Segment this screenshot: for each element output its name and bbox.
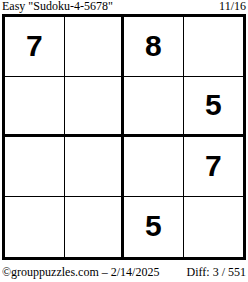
cell-r4c3-given[interactable]: 5 xyxy=(124,197,184,257)
copyright-text: ©grouppuzzles.com – 2/14/2025 xyxy=(2,266,159,279)
cell-r3c3-empty[interactable] xyxy=(124,137,184,197)
cell-r1c2-empty[interactable] xyxy=(65,17,125,77)
cell-r1c4-empty[interactable] xyxy=(184,17,244,77)
cell-r2c1-empty[interactable] xyxy=(5,77,65,137)
cell-r2c2-empty[interactable] xyxy=(65,77,125,137)
page-number: 11/16 xyxy=(219,0,246,13)
difficulty-text: Diff: 3 / 551 xyxy=(187,266,246,279)
puzzle-page: Easy "Sudoku-4-5678" 11/16 78575 ©groupp… xyxy=(0,0,248,282)
puzzle-title: Easy "Sudoku-4-5678" xyxy=(2,0,113,13)
page-header: Easy "Sudoku-4-5678" 11/16 xyxy=(2,0,246,14)
sudoku-grid: 78575 xyxy=(2,14,246,260)
cell-r2c4-given[interactable]: 5 xyxy=(184,77,244,137)
cell-r1c1-given[interactable]: 7 xyxy=(5,17,65,77)
cell-r3c2-empty[interactable] xyxy=(65,137,125,197)
cell-r1c3-given[interactable]: 8 xyxy=(124,17,184,77)
cell-r4c4-empty[interactable] xyxy=(184,197,244,257)
cell-r3c1-empty[interactable] xyxy=(5,137,65,197)
cell-r4c1-empty[interactable] xyxy=(5,197,65,257)
page-footer: ©grouppuzzles.com – 2/14/2025 Diff: 3 / … xyxy=(2,266,246,279)
cell-r4c2-empty[interactable] xyxy=(65,197,125,257)
cell-r3c4-given[interactable]: 7 xyxy=(184,137,244,197)
cell-r2c3-empty[interactable] xyxy=(124,77,184,137)
